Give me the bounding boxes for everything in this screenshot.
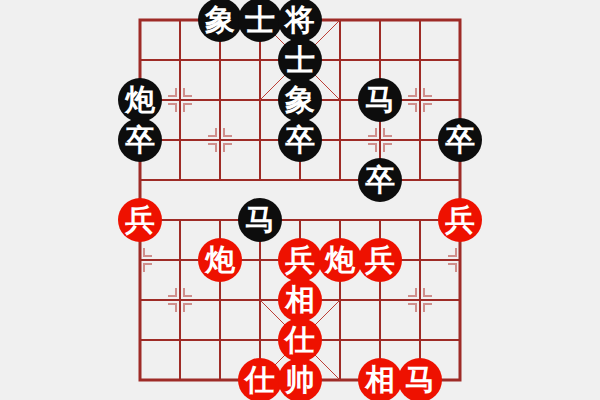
piece-black-pawn-2[interactable]: 卒 xyxy=(278,118,322,162)
xiangqi-board-screen: 象士将士炮象马卒卒卒卒马兵兵炮兵炮兵相仕仕帅相马 xyxy=(0,0,600,400)
piece-red-pawn-3[interactable]: 兵 xyxy=(278,238,322,282)
piece-red-elephant-1[interactable]: 相 xyxy=(278,278,322,322)
piece-black-horse-1[interactable]: 马 xyxy=(358,78,402,122)
piece-black-elephant-1[interactable]: 象 xyxy=(198,0,242,42)
piece-black-pawn-4[interactable]: 卒 xyxy=(358,158,402,202)
piece-red-advisor-2[interactable]: 仕 xyxy=(238,358,282,400)
piece-red-pawn-4[interactable]: 兵 xyxy=(358,238,402,282)
pieces-layer: 象士将士炮象马卒卒卒卒马兵兵炮兵炮兵相仕仕帅相马 xyxy=(120,0,480,400)
piece-red-elephant-2[interactable]: 相 xyxy=(358,358,402,400)
piece-red-cannon-1[interactable]: 炮 xyxy=(198,238,242,282)
piece-black-elephant-2[interactable]: 象 xyxy=(278,78,322,122)
piece-red-cannon-2[interactable]: 炮 xyxy=(318,238,362,282)
piece-red-king[interactable]: 帅 xyxy=(278,358,322,400)
piece-red-horse[interactable]: 马 xyxy=(398,358,442,400)
piece-red-advisor-1[interactable]: 仕 xyxy=(278,318,322,362)
piece-black-pawn-3[interactable]: 卒 xyxy=(438,118,482,162)
piece-black-king[interactable]: 将 xyxy=(278,0,322,42)
piece-black-horse-2[interactable]: 马 xyxy=(238,198,282,242)
piece-red-pawn-1[interactable]: 兵 xyxy=(118,198,162,242)
piece-red-pawn-2[interactable]: 兵 xyxy=(438,198,482,242)
piece-black-pawn-1[interactable]: 卒 xyxy=(118,118,162,162)
piece-black-advisor-1[interactable]: 士 xyxy=(238,0,282,42)
piece-black-advisor-2[interactable]: 士 xyxy=(278,38,322,82)
piece-black-cannon[interactable]: 炮 xyxy=(118,78,162,122)
